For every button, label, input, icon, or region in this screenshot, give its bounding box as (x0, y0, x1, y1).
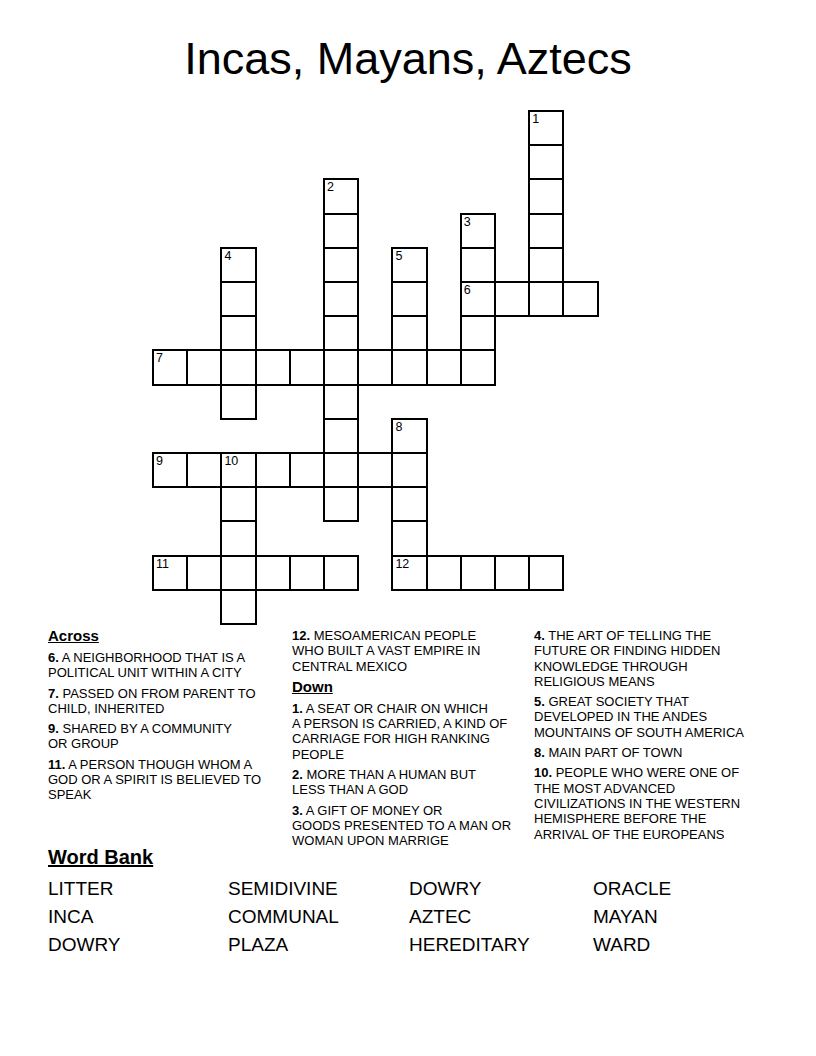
clue-down-4: 4. THE ART OF TELLING THE FUTURE OR FIND… (534, 628, 802, 689)
word-bank-item: LITTER (48, 879, 228, 898)
grid-cell[interactable]: 5 (391, 247, 427, 283)
grid-cell[interactable] (220, 486, 256, 522)
clue-text: PEOPLE WHO WERE ONE OF THE MOST ADVANCED… (534, 765, 740, 841)
grid-cell[interactable] (391, 486, 427, 522)
clue-down-3: 3. A GIFT OF MONEY OR GOODS PRESENTED TO… (292, 803, 532, 849)
clue-text: A NEIGHBORHOOD THAT IS A POLITICAL UNIT … (48, 650, 245, 680)
grid-cell[interactable] (460, 247, 496, 283)
grid-cell[interactable] (426, 349, 462, 385)
grid-cell[interactable]: 11 (152, 555, 188, 591)
grid-cell[interactable] (220, 281, 256, 317)
grid-cell[interactable] (323, 315, 359, 351)
grid-cell[interactable] (323, 213, 359, 249)
grid-cell[interactable] (289, 349, 325, 385)
grid-cell[interactable] (255, 452, 291, 488)
grid-cell[interactable] (528, 281, 564, 317)
grid-cell[interactable] (323, 418, 359, 454)
grid-cell[interactable] (391, 281, 427, 317)
clues-column-left: Across 6. A NEIGHBORHOOD THAT IS A POLIT… (48, 628, 290, 808)
clue-number-label: 11. (48, 757, 65, 772)
clue-text: PASSED ON FROM PARENT TO CHILD, INHERITE… (48, 686, 256, 716)
grid-cell[interactable] (220, 315, 256, 351)
word-bank-item: WARD (593, 935, 723, 954)
grid-cell-number: 12 (395, 557, 409, 571)
clue-number-label: 4. (534, 628, 545, 643)
clue-text: MAIN PART OF TOWN (548, 745, 682, 760)
grid-cell[interactable] (528, 178, 564, 214)
clue-text: A GIFT OF MONEY OR GOODS PRESENTED TO A … (292, 803, 511, 849)
word-bank-item: INCA (48, 907, 228, 926)
grid-cell[interactable]: 10 (220, 452, 256, 488)
grid-cell[interactable]: 7 (152, 349, 188, 385)
clue-text: A PERSON THOUGH WHOM A GOD OR A SPIRIT I… (48, 757, 261, 803)
across-heading: Across (48, 628, 290, 644)
word-bank-grid: LITTER SEMIDIVINE DOWRY ORACLE INCA COMM… (48, 879, 723, 954)
word-bank-item: DOWRY (409, 879, 593, 898)
grid-cell[interactable] (289, 555, 325, 591)
word-bank-item: DOWRY (48, 935, 228, 954)
grid-cell[interactable]: 1 (528, 110, 564, 146)
word-bank-item: ORACLE (593, 879, 723, 898)
word-bank-item: SEMIDIVINE (228, 879, 409, 898)
grid-cell[interactable] (186, 555, 222, 591)
grid-cell[interactable] (323, 555, 359, 591)
grid-cell[interactable] (426, 555, 462, 591)
clue-number-label: 3. (292, 803, 303, 818)
word-bank-item: PLAZA (228, 935, 409, 954)
clue-down-5: 5. GREAT SOCIETY THAT DEVELOPED IN THE A… (534, 694, 802, 740)
grid-cell-number: 4 (224, 249, 231, 263)
word-bank-item: MAYAN (593, 907, 723, 926)
grid-cell[interactable] (323, 281, 359, 317)
word-bank-item: HEREDITARY (409, 935, 593, 954)
grid-cell[interactable] (562, 281, 598, 317)
clue-down-10: 10. PEOPLE WHO WERE ONE OF THE MOST ADVA… (534, 765, 802, 841)
grid-cell[interactable] (323, 247, 359, 283)
grid-cell[interactable]: 6 (460, 281, 496, 317)
clues-column-middle: 12. MESOAMERICAN PEOPLE WHO BUILT A VAST… (292, 628, 532, 854)
grid-cell[interactable]: 4 (220, 247, 256, 283)
grid-cell[interactable] (323, 384, 359, 420)
grid-cell[interactable] (460, 315, 496, 351)
clue-across-11: 11. A PERSON THOUGH WHOM A GOD OR A SPIR… (48, 757, 290, 803)
grid-cell[interactable] (357, 349, 393, 385)
page-title: Incas, Mayans, Aztecs (0, 31, 816, 87)
grid-cell[interactable] (494, 281, 530, 317)
clue-across-12: 12. MESOAMERICAN PEOPLE WHO BUILT A VAST… (292, 628, 532, 674)
grid-cell[interactable] (460, 349, 496, 385)
grid-cell-number: 7 (156, 351, 163, 365)
grid-cell-number: 3 (464, 215, 471, 229)
grid-cell[interactable] (186, 452, 222, 488)
word-bank-item: AZTEC (409, 907, 593, 926)
grid-cell-number: 5 (395, 249, 402, 263)
clue-text: SHARED BY A COMMUNITY OR GROUP (48, 721, 232, 751)
grid-cell[interactable]: 2 (323, 178, 359, 214)
clue-text: MORE THAN A HUMAN BUT LESS THAN A GOD (292, 767, 476, 797)
grid-cell[interactable] (391, 315, 427, 351)
grid-cell-number: 6 (464, 283, 471, 297)
clue-down-8: 8. MAIN PART OF TOWN (534, 745, 802, 760)
grid-cell[interactable] (323, 486, 359, 522)
grid-cell[interactable] (528, 144, 564, 180)
grid-cell[interactable] (220, 555, 256, 591)
grid-cell[interactable] (528, 247, 564, 283)
grid-cell[interactable]: 12 (391, 555, 427, 591)
crossword-grid: 123456789101112 (152, 110, 599, 626)
clue-number-label: 2. (292, 767, 303, 782)
grid-cell[interactable] (494, 555, 530, 591)
grid-cell[interactable] (255, 555, 291, 591)
clue-number-label: 10. (534, 765, 552, 780)
grid-cell[interactable] (460, 555, 496, 591)
clue-number-label: 5. (534, 694, 545, 709)
clue-across-9: 9. SHARED BY A COMMUNITY OR GROUP (48, 721, 290, 752)
clue-text: MESOAMERICAN PEOPLE WHO BUILT A VAST EMP… (292, 628, 480, 674)
grid-cell-number: 10 (224, 454, 238, 468)
grid-cell-number: 11 (156, 557, 169, 571)
clue-text: GREAT SOCIETY THAT DEVELOPED IN THE ANDE… (534, 694, 744, 740)
word-bank: Word Bank LITTER SEMIDIVINE DOWRY ORACLE… (48, 846, 723, 954)
down-heading: Down (292, 679, 532, 695)
clue-number-label: 7. (48, 686, 59, 701)
grid-cell[interactable] (186, 349, 222, 385)
grid-cell[interactable] (528, 213, 564, 249)
clue-number-label: 9. (48, 721, 59, 736)
grid-cell-number: 9 (156, 454, 163, 468)
clue-number-label: 6. (48, 650, 59, 665)
grid-cell[interactable]: 8 (391, 418, 427, 454)
clue-down-1: 1. A SEAT OR CHAIR ON WHICH A PERSON IS … (292, 701, 532, 762)
clue-number-label: 1. (292, 701, 303, 716)
clue-number-label: 8. (534, 745, 545, 760)
grid-cell-number: 8 (395, 420, 402, 434)
clue-down-2: 2. MORE THAN A HUMAN BUT LESS THAN A GOD (292, 767, 532, 798)
grid-cell[interactable] (391, 452, 427, 488)
grid-cell[interactable] (220, 520, 256, 556)
grid-cell-number: 2 (327, 180, 334, 194)
clue-across-7: 7. PASSED ON FROM PARENT TO CHILD, INHER… (48, 686, 290, 717)
clue-text: A SEAT OR CHAIR ON WHICH A PERSON IS CAR… (292, 701, 507, 762)
clue-number-label: 12. (292, 628, 310, 643)
grid-cell[interactable]: 9 (152, 452, 188, 488)
word-bank-heading: Word Bank (48, 846, 723, 868)
grid-cell[interactable] (391, 349, 427, 385)
word-bank-item: COMMUNAL (228, 907, 409, 926)
grid-cell-number: 1 (532, 112, 539, 126)
grid-cell[interactable] (220, 384, 256, 420)
grid-cell[interactable] (323, 349, 359, 385)
grid-cell[interactable] (357, 452, 393, 488)
clues-column-right: 4. THE ART OF TELLING THE FUTURE OR FIND… (534, 628, 802, 847)
grid-cell[interactable] (323, 452, 359, 488)
grid-cell[interactable]: 3 (460, 213, 496, 249)
grid-cell[interactable] (255, 349, 291, 385)
grid-cell[interactable] (220, 589, 256, 625)
grid-cell[interactable] (289, 452, 325, 488)
clue-across-6: 6. A NEIGHBORHOOD THAT IS A POLITICAL UN… (48, 650, 290, 681)
grid-cell[interactable] (528, 555, 564, 591)
clue-text: THE ART OF TELLING THE FUTURE OR FINDING… (534, 628, 720, 689)
grid-cell[interactable] (220, 349, 256, 385)
grid-cell[interactable] (391, 520, 427, 556)
